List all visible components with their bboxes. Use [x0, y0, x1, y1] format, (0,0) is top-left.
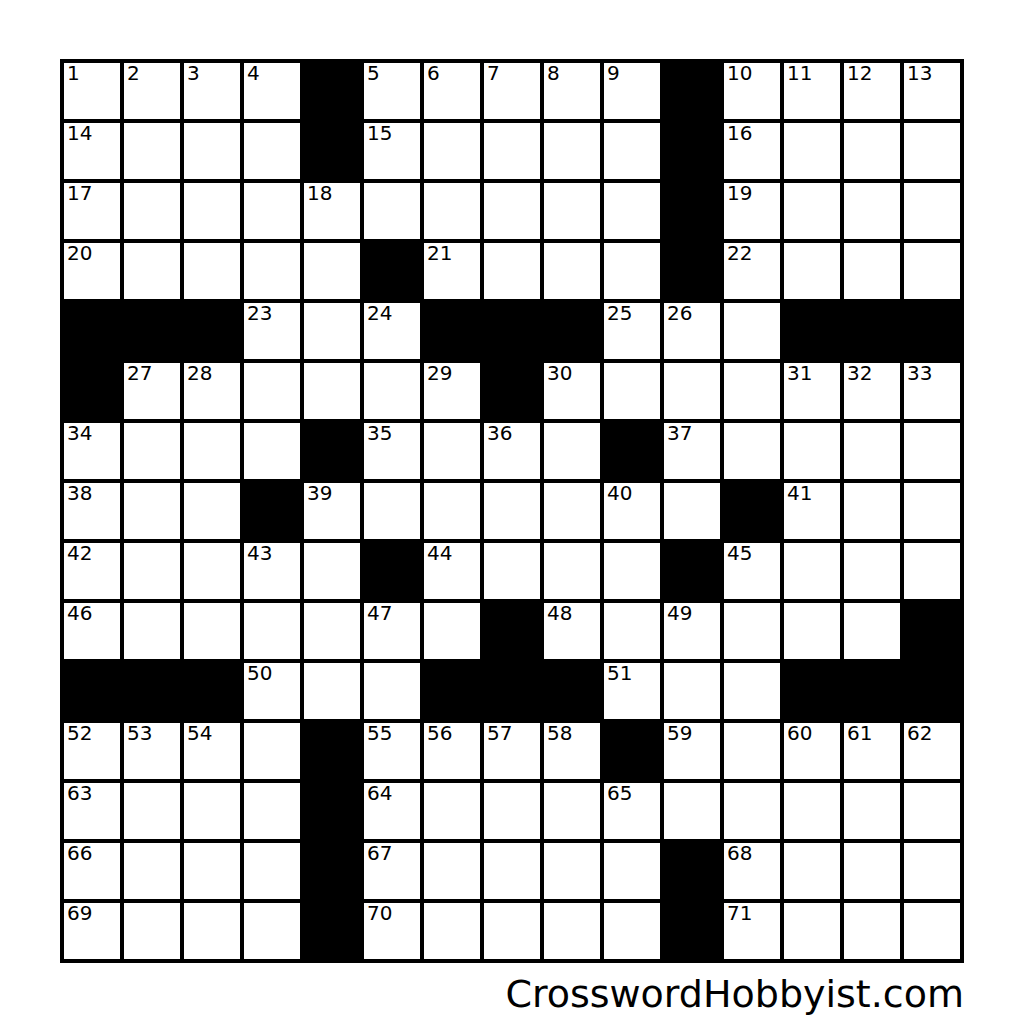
cell-r3c12[interactable]: 19	[724, 183, 780, 239]
cell-r13c8[interactable]	[484, 783, 540, 839]
cell-r9c2[interactable]	[124, 543, 180, 599]
clue-number: 20	[67, 243, 92, 264]
cell-r4c12[interactable]: 22	[724, 243, 780, 299]
clue-number: 52	[67, 723, 92, 744]
cell-r3c15[interactable]	[904, 183, 960, 239]
clue-number: 11	[787, 63, 812, 84]
cell-r13c14[interactable]	[844, 783, 900, 839]
cell-r8c5[interactable]: 39	[304, 483, 360, 539]
cell-r12c7[interactable]: 56	[424, 723, 480, 779]
clue-number: 32	[847, 363, 872, 384]
clue-number: 24	[367, 303, 392, 324]
cell-r3c13[interactable]	[784, 183, 840, 239]
clue-number: 56	[427, 723, 452, 744]
cell-r4c4[interactable]	[244, 243, 300, 299]
cell-r15c13[interactable]	[784, 903, 840, 959]
cell-r2c1[interactable]: 14	[64, 123, 120, 179]
cell-r5c4[interactable]: 23	[244, 303, 300, 359]
cell-r7c11[interactable]: 37	[664, 423, 720, 479]
cell-r8c7[interactable]	[424, 483, 480, 539]
cell-r8c1[interactable]: 38	[64, 483, 120, 539]
cell-r13c2[interactable]	[124, 783, 180, 839]
cell-r12c15[interactable]: 62	[904, 723, 960, 779]
cell-r2c12[interactable]: 16	[724, 123, 780, 179]
cell-r1c6[interactable]: 5	[364, 63, 420, 119]
block-r11c3	[184, 663, 240, 719]
cell-r6c5[interactable]	[304, 363, 360, 419]
cell-r4c2[interactable]	[124, 243, 180, 299]
clue-number: 29	[427, 363, 452, 384]
clue-number: 25	[607, 303, 632, 324]
block-r5c14	[844, 303, 900, 359]
clue-number: 2	[127, 63, 140, 84]
cell-r9c15[interactable]	[904, 543, 960, 599]
cell-r15c10[interactable]	[604, 903, 660, 959]
clue-number: 42	[67, 543, 92, 564]
cell-r7c1[interactable]: 34	[64, 423, 120, 479]
cell-r7c13[interactable]	[784, 423, 840, 479]
clue-number: 44	[427, 543, 452, 564]
clue-number: 57	[487, 723, 512, 744]
block-r11c1	[64, 663, 120, 719]
clue-number: 8	[547, 63, 560, 84]
block-r5c8	[484, 303, 540, 359]
clue-number: 59	[667, 723, 692, 744]
clue-number: 65	[607, 783, 632, 804]
cell-r9c13[interactable]	[784, 543, 840, 599]
clue-number: 62	[907, 723, 932, 744]
cell-r9c5[interactable]	[304, 543, 360, 599]
cell-r9c3[interactable]	[184, 543, 240, 599]
cell-r1c14[interactable]: 12	[844, 63, 900, 119]
cell-r15c15[interactable]	[904, 903, 960, 959]
cell-r14c6[interactable]: 67	[364, 843, 420, 899]
cell-r13c13[interactable]	[784, 783, 840, 839]
clue-number: 68	[727, 843, 752, 864]
clue-number: 61	[847, 723, 872, 744]
clue-number: 22	[727, 243, 752, 264]
cell-r13c10[interactable]: 65	[604, 783, 660, 839]
cell-r9c14[interactable]	[844, 543, 900, 599]
cell-r9c12[interactable]: 45	[724, 543, 780, 599]
clue-number: 60	[787, 723, 812, 744]
cell-r1c12[interactable]: 10	[724, 63, 780, 119]
cell-r15c6[interactable]: 70	[364, 903, 420, 959]
block-r11c7	[424, 663, 480, 719]
cell-r1c2[interactable]: 2	[124, 63, 180, 119]
cell-r3c3[interactable]	[184, 183, 240, 239]
cell-r14c10[interactable]	[604, 843, 660, 899]
block-r8c4	[244, 483, 300, 539]
clue-number: 37	[667, 423, 692, 444]
cell-r8c14[interactable]	[844, 483, 900, 539]
clue-number: 39	[307, 483, 332, 504]
footer-brand: CrosswordHobbyist.com	[505, 972, 964, 1016]
cell-r3c7[interactable]	[424, 183, 480, 239]
cell-r6c9[interactable]: 30	[544, 363, 600, 419]
cell-r12c8[interactable]: 57	[484, 723, 540, 779]
cell-r12c1[interactable]: 52	[64, 723, 120, 779]
cell-r4c1[interactable]: 20	[64, 243, 120, 299]
cell-r1c9[interactable]: 8	[544, 63, 600, 119]
cell-r2c7[interactable]	[424, 123, 480, 179]
cell-r7c4[interactable]	[244, 423, 300, 479]
cell-r2c9[interactable]	[544, 123, 600, 179]
clue-number: 64	[367, 783, 392, 804]
cell-r10c1[interactable]: 46	[64, 603, 120, 659]
cell-r3c10[interactable]	[604, 183, 660, 239]
cell-r15c1[interactable]: 69	[64, 903, 120, 959]
cell-r14c13[interactable]	[784, 843, 840, 899]
cell-r12c4[interactable]	[244, 723, 300, 779]
clue-number: 67	[367, 843, 392, 864]
block-r14c11	[664, 843, 720, 899]
block-r10c8	[484, 603, 540, 659]
cell-r9c4[interactable]: 43	[244, 543, 300, 599]
block-r11c14	[844, 663, 900, 719]
cell-r13c1[interactable]: 63	[64, 783, 120, 839]
block-r7c5	[304, 423, 360, 479]
cell-r3c1[interactable]: 17	[64, 183, 120, 239]
cell-r5c6[interactable]: 24	[364, 303, 420, 359]
cell-r14c14[interactable]	[844, 843, 900, 899]
clue-number: 16	[727, 123, 752, 144]
cell-r10c14[interactable]	[844, 603, 900, 659]
block-r15c11	[664, 903, 720, 959]
clue-number: 55	[367, 723, 392, 744]
cell-r4c15[interactable]	[904, 243, 960, 299]
cell-r13c9[interactable]	[544, 783, 600, 839]
cell-r15c8[interactable]	[484, 903, 540, 959]
cell-r10c11[interactable]: 49	[664, 603, 720, 659]
cell-r6c10[interactable]	[604, 363, 660, 419]
block-r2c11	[664, 123, 720, 179]
cell-r3c8[interactable]	[484, 183, 540, 239]
cell-r5c12[interactable]	[724, 303, 780, 359]
cell-r14c8[interactable]	[484, 843, 540, 899]
cell-r10c2[interactable]	[124, 603, 180, 659]
block-r4c11	[664, 243, 720, 299]
cell-r3c14[interactable]	[844, 183, 900, 239]
clue-number: 43	[247, 543, 272, 564]
cell-r8c8[interactable]	[484, 483, 540, 539]
cell-r3c4[interactable]	[244, 183, 300, 239]
cell-r12c12[interactable]	[724, 723, 780, 779]
clue-number: 38	[67, 483, 92, 504]
clue-number: 41	[787, 483, 812, 504]
clue-number: 23	[247, 303, 272, 324]
cell-r14c12[interactable]: 68	[724, 843, 780, 899]
cell-r2c8[interactable]	[484, 123, 540, 179]
block-r10c15	[904, 603, 960, 659]
cell-r11c11[interactable]	[664, 663, 720, 719]
block-r6c1	[64, 363, 120, 419]
clue-number: 13	[907, 63, 932, 84]
cell-r8c3[interactable]	[184, 483, 240, 539]
clue-number: 12	[847, 63, 872, 84]
block-r2c5	[304, 123, 360, 179]
cell-r4c3[interactable]	[184, 243, 240, 299]
clue-number: 47	[367, 603, 392, 624]
clue-number: 6	[427, 63, 440, 84]
cell-r2c13[interactable]	[784, 123, 840, 179]
clue-number: 71	[727, 903, 752, 924]
cell-r8c13[interactable]: 41	[784, 483, 840, 539]
cell-r3c2[interactable]	[124, 183, 180, 239]
cell-r6c4[interactable]	[244, 363, 300, 419]
clue-number: 9	[607, 63, 620, 84]
clue-number: 35	[367, 423, 392, 444]
cell-r13c7[interactable]	[424, 783, 480, 839]
cell-r14c15[interactable]	[904, 843, 960, 899]
block-r14c5	[304, 843, 360, 899]
clue-number: 33	[907, 363, 932, 384]
cell-r1c13[interactable]: 11	[784, 63, 840, 119]
cell-r10c3[interactable]	[184, 603, 240, 659]
cell-r10c9[interactable]: 48	[544, 603, 600, 659]
cell-r15c12[interactable]: 71	[724, 903, 780, 959]
clue-number: 31	[787, 363, 812, 384]
clue-number: 21	[427, 243, 452, 264]
cell-r1c7[interactable]: 6	[424, 63, 480, 119]
clue-number: 48	[547, 603, 572, 624]
cell-r12c2[interactable]: 53	[124, 723, 180, 779]
clue-number: 45	[727, 543, 752, 564]
clue-number: 70	[367, 903, 392, 924]
cell-r3c6[interactable]	[364, 183, 420, 239]
block-r13c5	[304, 783, 360, 839]
cell-r7c6[interactable]: 35	[364, 423, 420, 479]
cell-r9c8[interactable]	[484, 543, 540, 599]
cell-r15c7[interactable]	[424, 903, 480, 959]
cell-r4c14[interactable]	[844, 243, 900, 299]
cell-r4c5[interactable]	[304, 243, 360, 299]
cell-r7c15[interactable]	[904, 423, 960, 479]
cell-r2c3[interactable]	[184, 123, 240, 179]
clue-number: 28	[187, 363, 212, 384]
cell-r11c5[interactable]	[304, 663, 360, 719]
cell-r9c10[interactable]	[604, 543, 660, 599]
cell-r13c11[interactable]	[664, 783, 720, 839]
cell-r6c15[interactable]: 33	[904, 363, 960, 419]
clue-number: 15	[367, 123, 392, 144]
clue-number: 46	[67, 603, 92, 624]
clue-number: 50	[247, 663, 272, 684]
block-r11c8	[484, 663, 540, 719]
block-r11c13	[784, 663, 840, 719]
cell-r12c11[interactable]: 59	[664, 723, 720, 779]
cell-r9c1[interactable]: 42	[64, 543, 120, 599]
cell-r7c12[interactable]	[724, 423, 780, 479]
cell-r10c13[interactable]	[784, 603, 840, 659]
cell-r6c7[interactable]: 29	[424, 363, 480, 419]
cell-r2c6[interactable]: 15	[364, 123, 420, 179]
crossword-page: 1234567891011121314151617181920212223242…	[0, 0, 1020, 1020]
clue-number: 1	[67, 63, 80, 84]
cell-r9c7[interactable]: 44	[424, 543, 480, 599]
block-r3c11	[664, 183, 720, 239]
block-r12c10	[604, 723, 660, 779]
clue-number: 54	[187, 723, 212, 744]
block-r5c2	[124, 303, 180, 359]
cell-r4c9[interactable]	[544, 243, 600, 299]
cell-r4c8[interactable]	[484, 243, 540, 299]
cell-r7c2[interactable]	[124, 423, 180, 479]
clue-number: 58	[547, 723, 572, 744]
cell-r7c8[interactable]: 36	[484, 423, 540, 479]
cell-r12c13[interactable]: 60	[784, 723, 840, 779]
block-r6c8	[484, 363, 540, 419]
cell-r15c3[interactable]	[184, 903, 240, 959]
cell-r8c9[interactable]	[544, 483, 600, 539]
clue-number: 19	[727, 183, 752, 204]
cell-r10c4[interactable]	[244, 603, 300, 659]
crossword-board: 1234567891011121314151617181920212223242…	[60, 59, 964, 963]
cell-r14c9[interactable]	[544, 843, 600, 899]
cell-r6c12[interactable]	[724, 363, 780, 419]
cell-r12c3[interactable]: 54	[184, 723, 240, 779]
clue-number: 63	[67, 783, 92, 804]
cell-r10c5[interactable]	[304, 603, 360, 659]
cell-r11c12[interactable]	[724, 663, 780, 719]
block-r12c5	[304, 723, 360, 779]
cell-r13c12[interactable]	[724, 783, 780, 839]
cell-r14c7[interactable]	[424, 843, 480, 899]
clue-number: 53	[127, 723, 152, 744]
cell-r10c6[interactable]: 47	[364, 603, 420, 659]
block-r5c3	[184, 303, 240, 359]
cell-r14c3[interactable]	[184, 843, 240, 899]
cell-r6c2[interactable]: 27	[124, 363, 180, 419]
cell-r7c3[interactable]	[184, 423, 240, 479]
cell-r4c13[interactable]	[784, 243, 840, 299]
clue-number: 7	[487, 63, 500, 84]
cell-r1c10[interactable]: 9	[604, 63, 660, 119]
block-r5c9	[544, 303, 600, 359]
cell-r12c14[interactable]: 61	[844, 723, 900, 779]
block-r11c2	[124, 663, 180, 719]
cell-r1c4[interactable]: 4	[244, 63, 300, 119]
clue-number: 69	[67, 903, 92, 924]
cell-r6c3[interactable]: 28	[184, 363, 240, 419]
clue-number: 5	[367, 63, 380, 84]
cell-r12c9[interactable]: 58	[544, 723, 600, 779]
block-r9c11	[664, 543, 720, 599]
clue-number: 27	[127, 363, 152, 384]
clue-number: 26	[667, 303, 692, 324]
clue-number: 36	[487, 423, 512, 444]
cell-r4c7[interactable]: 21	[424, 243, 480, 299]
cell-r3c5[interactable]: 18	[304, 183, 360, 239]
cell-r6c11[interactable]	[664, 363, 720, 419]
clue-number: 40	[607, 483, 632, 504]
cell-r1c3[interactable]: 3	[184, 63, 240, 119]
block-r5c15	[904, 303, 960, 359]
cell-r1c1[interactable]: 1	[64, 63, 120, 119]
clue-number: 34	[67, 423, 92, 444]
clue-number: 4	[247, 63, 260, 84]
cell-r6c6[interactable]	[364, 363, 420, 419]
cell-r1c15[interactable]: 13	[904, 63, 960, 119]
cell-r13c4[interactable]	[244, 783, 300, 839]
cell-r11c10[interactable]: 51	[604, 663, 660, 719]
cell-r14c1[interactable]: 66	[64, 843, 120, 899]
clue-number: 10	[727, 63, 752, 84]
cell-r6c13[interactable]: 31	[784, 363, 840, 419]
cell-r10c10[interactable]	[604, 603, 660, 659]
cell-r2c15[interactable]	[904, 123, 960, 179]
cell-r15c14[interactable]	[844, 903, 900, 959]
clue-number: 30	[547, 363, 572, 384]
block-r1c11	[664, 63, 720, 119]
cell-r2c10[interactable]	[604, 123, 660, 179]
cell-r5c10[interactable]: 25	[604, 303, 660, 359]
cell-r15c9[interactable]	[544, 903, 600, 959]
cell-r11c6[interactable]	[364, 663, 420, 719]
block-r11c15	[904, 663, 960, 719]
clue-number: 17	[67, 183, 92, 204]
block-r4c6	[364, 243, 420, 299]
clue-number: 3	[187, 63, 200, 84]
cell-r7c9[interactable]	[544, 423, 600, 479]
clue-number: 49	[667, 603, 692, 624]
cell-r1c8[interactable]: 7	[484, 63, 540, 119]
cell-r8c15[interactable]	[904, 483, 960, 539]
clue-number: 14	[67, 123, 92, 144]
cell-r5c5[interactable]	[304, 303, 360, 359]
cell-r8c10[interactable]: 40	[604, 483, 660, 539]
cell-r14c2[interactable]	[124, 843, 180, 899]
cell-r8c11[interactable]	[664, 483, 720, 539]
cell-r10c7[interactable]	[424, 603, 480, 659]
cell-r7c14[interactable]	[844, 423, 900, 479]
block-r5c1	[64, 303, 120, 359]
cell-r13c3[interactable]	[184, 783, 240, 839]
cell-r12c6[interactable]: 55	[364, 723, 420, 779]
cell-r15c2[interactable]	[124, 903, 180, 959]
cell-r13c6[interactable]: 64	[364, 783, 420, 839]
block-r5c13	[784, 303, 840, 359]
cell-r8c6[interactable]	[364, 483, 420, 539]
block-r9c6	[364, 543, 420, 599]
cell-r6c14[interactable]: 32	[844, 363, 900, 419]
cell-r7c7[interactable]	[424, 423, 480, 479]
cell-r15c4[interactable]	[244, 903, 300, 959]
cell-r9c9[interactable]	[544, 543, 600, 599]
block-r7c10	[604, 423, 660, 479]
cell-r2c2[interactable]	[124, 123, 180, 179]
cell-r3c9[interactable]	[544, 183, 600, 239]
block-r11c9	[544, 663, 600, 719]
cell-r13c15[interactable]	[904, 783, 960, 839]
cell-r2c14[interactable]	[844, 123, 900, 179]
cell-r4c10[interactable]	[604, 243, 660, 299]
cell-r14c4[interactable]	[244, 843, 300, 899]
cell-r2c4[interactable]	[244, 123, 300, 179]
clue-number: 51	[607, 663, 632, 684]
cell-r8c2[interactable]	[124, 483, 180, 539]
clue-number: 66	[67, 843, 92, 864]
block-r1c5	[304, 63, 360, 119]
cell-r10c12[interactable]	[724, 603, 780, 659]
block-r15c5	[304, 903, 360, 959]
block-r5c7	[424, 303, 480, 359]
block-r8c12	[724, 483, 780, 539]
cell-r5c11[interactable]: 26	[664, 303, 720, 359]
cell-r11c4[interactable]: 50	[244, 663, 300, 719]
clue-number: 18	[307, 183, 332, 204]
